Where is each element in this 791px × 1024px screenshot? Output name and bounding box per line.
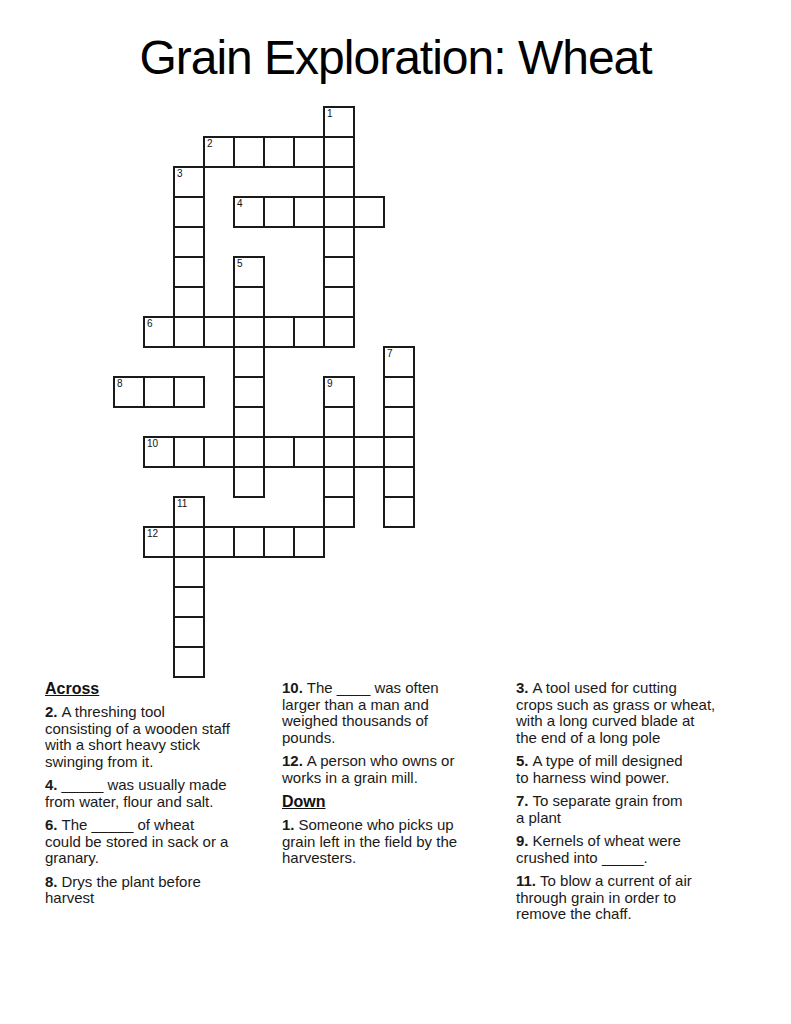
clue-text: A type of mill designed to harness wind …: [516, 752, 683, 786]
grid-cell[interactable]: 3: [173, 166, 205, 198]
clue-column-1: Across 2.A threshing tool consisting of …: [45, 680, 267, 914]
clue-number: 10.: [282, 679, 303, 696]
grid-cell[interactable]: 2: [203, 136, 235, 168]
grid-cell[interactable]: [233, 436, 265, 468]
clue-text: To separate grain from a plant: [516, 792, 683, 826]
clue-text: Kernels of wheat were crushed into _____…: [516, 832, 681, 866]
cell-number: 10: [147, 438, 158, 449]
grid-cell[interactable]: [323, 436, 355, 468]
grid-cell[interactable]: [263, 316, 295, 348]
cell-number: 12: [147, 528, 158, 539]
grid-cell[interactable]: [233, 346, 265, 378]
grid-cell[interactable]: [233, 406, 265, 438]
grid-cell[interactable]: 7: [383, 346, 415, 378]
grid-cell[interactable]: [173, 616, 205, 648]
grid-cell[interactable]: [233, 466, 265, 498]
grid-cell[interactable]: [383, 406, 415, 438]
clue-down-5: 5.A type of mill designed to harness win…: [516, 753, 752, 786]
grid-cell[interactable]: [173, 586, 205, 618]
grid-cell[interactable]: [293, 526, 325, 558]
grid-cell[interactable]: [383, 466, 415, 498]
grid-cell[interactable]: [323, 466, 355, 498]
grid-cell[interactable]: 1: [323, 106, 355, 138]
grid-cell[interactable]: [323, 256, 355, 288]
crossword-grid: 123456789101112: [113, 106, 417, 680]
clue-number: 7.: [516, 792, 529, 809]
grid-cell[interactable]: [173, 646, 205, 678]
clue-text: To blow a current of air through grain i…: [516, 872, 692, 922]
grid-cell[interactable]: [263, 436, 295, 468]
grid-cell[interactable]: [323, 226, 355, 258]
crossword-worksheet: Grain Exploration: Wheat 123456789101112…: [0, 0, 791, 1024]
cell-number: 8: [117, 378, 123, 389]
grid-cell[interactable]: [293, 316, 325, 348]
clue-number: 2.: [45, 703, 58, 720]
grid-cell[interactable]: [173, 436, 205, 468]
grid-cell[interactable]: [323, 196, 355, 228]
grid-cell[interactable]: [323, 406, 355, 438]
grid-cell[interactable]: [173, 316, 205, 348]
grid-cell[interactable]: [143, 376, 175, 408]
grid-cell[interactable]: [173, 226, 205, 258]
clue-across-8: 8.Drys the plant before harvest: [45, 874, 267, 907]
clue-down-7: 7.To separate grain from a plant: [516, 793, 752, 826]
grid-cell[interactable]: 4: [233, 196, 265, 228]
grid-cell[interactable]: [173, 256, 205, 288]
clue-text: A person who owns or works in a grain mi…: [282, 752, 454, 786]
grid-cell[interactable]: 6: [143, 316, 175, 348]
grid-cell[interactable]: [173, 286, 205, 318]
clue-number: 3.: [516, 679, 529, 696]
clue-text: A threshing tool consisting of a wooden …: [45, 703, 230, 770]
grid-cell[interactable]: [293, 196, 325, 228]
clue-number: 9.: [516, 832, 529, 849]
clue-text: The _____ of wheat could be stored in sa…: [45, 816, 228, 866]
grid-cell[interactable]: [233, 286, 265, 318]
grid-cell[interactable]: [353, 196, 385, 228]
clue-text: Drys the plant before harvest: [45, 873, 201, 907]
grid-cell[interactable]: 11: [173, 496, 205, 528]
grid-cell[interactable]: [353, 436, 385, 468]
clue-number: 12.: [282, 752, 303, 769]
down-header: Down: [282, 793, 508, 811]
grid-cell[interactable]: [293, 136, 325, 168]
cell-number: 9: [327, 378, 333, 389]
grid-cell[interactable]: [323, 136, 355, 168]
clue-across-6: 6.The _____ of wheat could be stored in …: [45, 817, 267, 867]
grid-cell[interactable]: [173, 556, 205, 588]
grid-cell[interactable]: [203, 526, 235, 558]
grid-cell[interactable]: [203, 436, 235, 468]
grid-cell[interactable]: [203, 316, 235, 348]
clue-across-10: 10.The ____ was often larger than a man …: [282, 680, 508, 746]
cell-number: 5: [237, 258, 243, 269]
cell-number: 7: [387, 348, 393, 359]
grid-cell[interactable]: 12: [143, 526, 175, 558]
clue-text: A tool used for cutting crops such as gr…: [516, 679, 715, 746]
grid-cell[interactable]: [173, 526, 205, 558]
cell-number: 6: [147, 318, 153, 329]
grid-cell[interactable]: [233, 526, 265, 558]
grid-cell[interactable]: [263, 526, 295, 558]
grid-cell[interactable]: [383, 436, 415, 468]
grid-cell[interactable]: [323, 316, 355, 348]
grid-cell[interactable]: [233, 136, 265, 168]
clue-text: The ____ was often larger than a man and…: [282, 679, 439, 746]
grid-cell[interactable]: [323, 286, 355, 318]
clue-down-11: 11.To blow a current of air through grai…: [516, 873, 752, 923]
clue-number: 11.: [516, 872, 536, 889]
grid-cell[interactable]: 9: [323, 376, 355, 408]
grid-cell[interactable]: [383, 376, 415, 408]
grid-cell[interactable]: [263, 136, 295, 168]
cell-number: 1: [327, 108, 333, 119]
clue-down-9: 9.Kernels of wheat were crushed into ___…: [516, 833, 752, 866]
grid-cell[interactable]: [383, 496, 415, 528]
clue-across-12: 12.A person who owns or works in a grain…: [282, 753, 508, 786]
clue-text: _____ was usually made from water, flour…: [45, 776, 227, 810]
grid-cell[interactable]: [323, 496, 355, 528]
clue-number: 1.: [282, 816, 295, 833]
grid-cell[interactable]: 10: [143, 436, 175, 468]
clue-down-1: 1.Someone who picks up grain left in the…: [282, 817, 508, 867]
clue-number: 8.: [45, 873, 58, 890]
clue-across-4: 4._____ was usually made from water, flo…: [45, 777, 267, 810]
grid-cell[interactable]: [233, 376, 265, 408]
page-title: Grain Exploration: Wheat: [0, 30, 791, 85]
grid-cell[interactable]: [173, 376, 205, 408]
clue-across-2: 2.A threshing tool consisting of a woode…: [45, 704, 267, 770]
grid-cell[interactable]: 5: [233, 256, 265, 288]
grid-cell[interactable]: 8: [113, 376, 145, 408]
clue-number: 6.: [45, 816, 58, 833]
cell-number: 2: [207, 138, 213, 149]
across-header: Across: [45, 680, 267, 698]
grid-cell[interactable]: [323, 166, 355, 198]
clue-down-3: 3.A tool used for cutting crops such as …: [516, 680, 752, 746]
clue-text: Someone who picks up grain left in the f…: [282, 816, 457, 866]
cell-number: 11: [177, 498, 187, 509]
cell-number: 3: [177, 168, 183, 179]
clue-column-3: 3.A tool used for cutting crops such as …: [516, 680, 752, 930]
grid-cell[interactable]: [233, 316, 265, 348]
clue-number: 5.: [516, 752, 529, 769]
grid-cell[interactable]: [293, 436, 325, 468]
grid-cell[interactable]: [173, 196, 205, 228]
clue-number: 4.: [45, 776, 58, 793]
cell-number: 4: [237, 198, 243, 209]
grid-cell[interactable]: [263, 196, 295, 228]
clue-column-2: 10.The ____ was often larger than a man …: [282, 680, 508, 874]
